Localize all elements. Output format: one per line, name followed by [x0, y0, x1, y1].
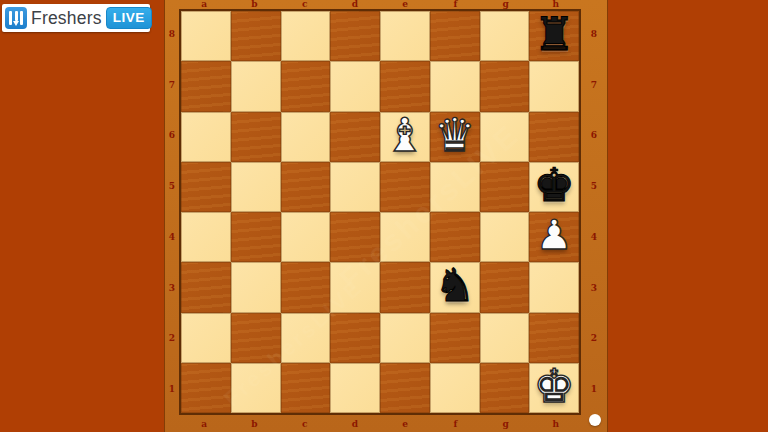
square-h1: ♚	[529, 363, 579, 413]
file-label-e: e	[380, 417, 430, 431]
chess-board: abcdefgh 87654321 ♜♝♛♚♟♞♚ 87654321 abcde…	[164, 0, 608, 432]
rank-label-3: 3	[581, 263, 607, 314]
square-d7	[330, 61, 380, 111]
piece-black-king-h5: ♚	[534, 162, 575, 208]
file-label-d: d	[330, 417, 380, 431]
square-e7	[380, 61, 430, 111]
file-label-f: f	[430, 0, 480, 9]
square-c1	[281, 363, 331, 413]
freshers-logo-icon	[5, 7, 27, 29]
square-c8	[281, 11, 331, 61]
rank-label-7: 7	[165, 60, 179, 111]
file-label-g: g	[481, 417, 531, 431]
file-labels-top: abcdefgh	[179, 0, 581, 9]
piece-black-rook-h8: ♜	[534, 11, 575, 57]
square-b2	[231, 313, 281, 363]
square-a4	[181, 212, 231, 262]
square-g3	[480, 262, 530, 312]
rank-label-7: 7	[581, 60, 607, 111]
piece-white-pawn-h4: ♟	[536, 215, 573, 256]
square-d1	[330, 363, 380, 413]
file-label-g: g	[481, 0, 531, 9]
square-a2	[181, 313, 231, 363]
square-a6	[181, 112, 231, 162]
square-c5	[281, 162, 331, 212]
square-e5	[380, 162, 430, 212]
square-e2	[380, 313, 430, 363]
square-f4	[430, 212, 480, 262]
rank-label-6: 6	[165, 111, 179, 162]
square-g2	[480, 313, 530, 363]
square-h6	[529, 112, 579, 162]
site-logo[interactable]: Freshers LIVE	[2, 4, 150, 32]
piece-white-queen-f6: ♛	[434, 112, 475, 158]
square-b6	[231, 112, 281, 162]
rank-label-6: 6	[581, 111, 607, 162]
square-f5	[430, 162, 480, 212]
rank-label-2: 2	[165, 314, 179, 365]
square-g4	[480, 212, 530, 262]
file-label-c: c	[280, 417, 330, 431]
square-g1	[480, 363, 530, 413]
square-f3: ♞	[430, 262, 480, 312]
rank-label-2: 2	[581, 314, 607, 365]
square-b1	[231, 363, 281, 413]
square-h3	[529, 262, 579, 312]
square-f6: ♛	[430, 112, 480, 162]
square-b7	[231, 61, 281, 111]
square-f7	[430, 61, 480, 111]
rank-labels-right: 87654321	[581, 9, 607, 415]
square-a7	[181, 61, 231, 111]
rank-label-4: 4	[165, 212, 179, 263]
file-label-f: f	[430, 417, 480, 431]
file-label-h: h	[531, 417, 581, 431]
square-f1	[430, 363, 480, 413]
file-label-a: a	[179, 0, 229, 9]
piece-white-king-h1: ♚	[534, 363, 575, 409]
square-h7	[529, 61, 579, 111]
rank-label-5: 5	[581, 161, 607, 212]
square-c3	[281, 262, 331, 312]
rank-label-4: 4	[581, 212, 607, 263]
brand-name: Freshers	[31, 8, 102, 29]
square-h2	[529, 313, 579, 363]
square-e6: ♝	[380, 112, 430, 162]
square-g8	[480, 11, 530, 61]
square-b8	[231, 11, 281, 61]
square-e8	[380, 11, 430, 61]
square-a5	[181, 162, 231, 212]
file-labels-bottom: abcdefgh	[179, 417, 581, 431]
square-d6	[330, 112, 380, 162]
square-e1	[380, 363, 430, 413]
live-badge: LIVE	[106, 7, 152, 28]
square-f2	[430, 313, 480, 363]
square-d4	[330, 212, 380, 262]
corner-dot	[589, 414, 601, 426]
square-b4	[231, 212, 281, 262]
square-a3	[181, 262, 231, 312]
piece-black-knight-f3: ♞	[434, 262, 475, 308]
square-g5	[480, 162, 530, 212]
square-c7	[281, 61, 331, 111]
square-b5	[231, 162, 281, 212]
square-a8	[181, 11, 231, 61]
square-c4	[281, 212, 331, 262]
square-c2	[281, 313, 331, 363]
rank-label-8: 8	[581, 9, 607, 60]
square-c6	[281, 112, 331, 162]
square-d2	[330, 313, 380, 363]
rank-label-8: 8	[165, 9, 179, 60]
rank-label-5: 5	[165, 161, 179, 212]
square-g7	[480, 61, 530, 111]
square-h8: ♜	[529, 11, 579, 61]
square-a1	[181, 363, 231, 413]
piece-white-bishop-e6: ♝	[384, 112, 425, 158]
square-d5	[330, 162, 380, 212]
file-label-e: e	[380, 0, 430, 9]
square-b3	[231, 262, 281, 312]
file-label-d: d	[330, 0, 380, 9]
rank-label-3: 3	[165, 263, 179, 314]
file-label-b: b	[229, 0, 279, 9]
square-h4: ♟	[529, 212, 579, 262]
file-label-b: b	[229, 417, 279, 431]
square-e4	[380, 212, 430, 262]
square-d8	[330, 11, 380, 61]
square-d3	[330, 262, 380, 312]
board-grid: ♜♝♛♚♟♞♚	[179, 9, 581, 415]
file-label-a: a	[179, 417, 229, 431]
rank-label-1: 1	[581, 364, 607, 415]
rank-label-1: 1	[165, 364, 179, 415]
square-f8	[430, 11, 480, 61]
file-label-c: c	[280, 0, 330, 9]
rank-labels-left: 87654321	[165, 9, 179, 415]
square-g6	[480, 112, 530, 162]
square-e3	[380, 262, 430, 312]
square-h5: ♚	[529, 162, 579, 212]
